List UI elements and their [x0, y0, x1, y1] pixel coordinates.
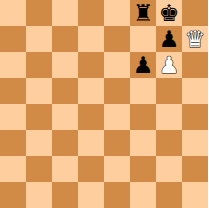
square-d7[interactable] [78, 26, 104, 52]
square-a3[interactable] [0, 130, 26, 156]
piece-black-king[interactable]: ♚ [159, 0, 180, 26]
piece-white-queen[interactable]: ♛ [185, 26, 206, 52]
square-b6[interactable] [26, 52, 52, 78]
square-c3[interactable] [52, 130, 78, 156]
square-a4[interactable] [0, 104, 26, 130]
square-b5[interactable] [26, 78, 52, 104]
square-c6[interactable] [52, 52, 78, 78]
square-a2[interactable] [0, 156, 26, 182]
square-b7[interactable] [26, 26, 52, 52]
square-h4[interactable] [182, 104, 208, 130]
square-g8[interactable]: ♚ [156, 0, 182, 26]
square-a1[interactable] [0, 182, 26, 208]
square-h2[interactable] [182, 156, 208, 182]
square-e4[interactable] [104, 104, 130, 130]
square-h1[interactable] [182, 182, 208, 208]
square-h3[interactable] [182, 130, 208, 156]
square-f4[interactable] [130, 104, 156, 130]
square-g3[interactable] [156, 130, 182, 156]
square-f1[interactable] [130, 182, 156, 208]
square-g7[interactable]: ♟ [156, 26, 182, 52]
square-f6[interactable]: ♟ [130, 52, 156, 78]
square-a7[interactable] [0, 26, 26, 52]
square-b8[interactable] [26, 0, 52, 26]
piece-white-pawn[interactable]: ♟ [159, 52, 180, 78]
square-f5[interactable] [130, 78, 156, 104]
square-d2[interactable] [78, 156, 104, 182]
piece-black-pawn[interactable]: ♟ [133, 52, 154, 78]
square-d8[interactable] [78, 0, 104, 26]
square-e5[interactable] [104, 78, 130, 104]
square-d3[interactable] [78, 130, 104, 156]
square-c1[interactable] [52, 182, 78, 208]
square-a5[interactable] [0, 78, 26, 104]
piece-black-pawn[interactable]: ♟ [159, 26, 180, 52]
square-g5[interactable] [156, 78, 182, 104]
square-h7[interactable]: ♛ [182, 26, 208, 52]
square-c2[interactable] [52, 156, 78, 182]
chess-board: ♜♚♟♛♟♟ [0, 0, 208, 208]
square-b4[interactable] [26, 104, 52, 130]
square-h6[interactable] [182, 52, 208, 78]
square-f2[interactable] [130, 156, 156, 182]
square-e8[interactable] [104, 0, 130, 26]
square-e2[interactable] [104, 156, 130, 182]
square-h5[interactable] [182, 78, 208, 104]
square-c7[interactable] [52, 26, 78, 52]
square-a6[interactable] [0, 52, 26, 78]
square-g6[interactable]: ♟ [156, 52, 182, 78]
square-g2[interactable] [156, 156, 182, 182]
square-b3[interactable] [26, 130, 52, 156]
square-d1[interactable] [78, 182, 104, 208]
square-d6[interactable] [78, 52, 104, 78]
piece-black-rook[interactable]: ♜ [133, 0, 154, 26]
square-e1[interactable] [104, 182, 130, 208]
square-d5[interactable] [78, 78, 104, 104]
square-f3[interactable] [130, 130, 156, 156]
square-e6[interactable] [104, 52, 130, 78]
square-f7[interactable] [130, 26, 156, 52]
square-c4[interactable] [52, 104, 78, 130]
square-e3[interactable] [104, 130, 130, 156]
square-g4[interactable] [156, 104, 182, 130]
square-f8[interactable]: ♜ [130, 0, 156, 26]
square-c5[interactable] [52, 78, 78, 104]
square-c8[interactable] [52, 0, 78, 26]
square-d4[interactable] [78, 104, 104, 130]
square-e7[interactable] [104, 26, 130, 52]
square-g1[interactable] [156, 182, 182, 208]
square-h8[interactable] [182, 0, 208, 26]
square-a8[interactable] [0, 0, 26, 26]
square-b2[interactable] [26, 156, 52, 182]
square-b1[interactable] [26, 182, 52, 208]
